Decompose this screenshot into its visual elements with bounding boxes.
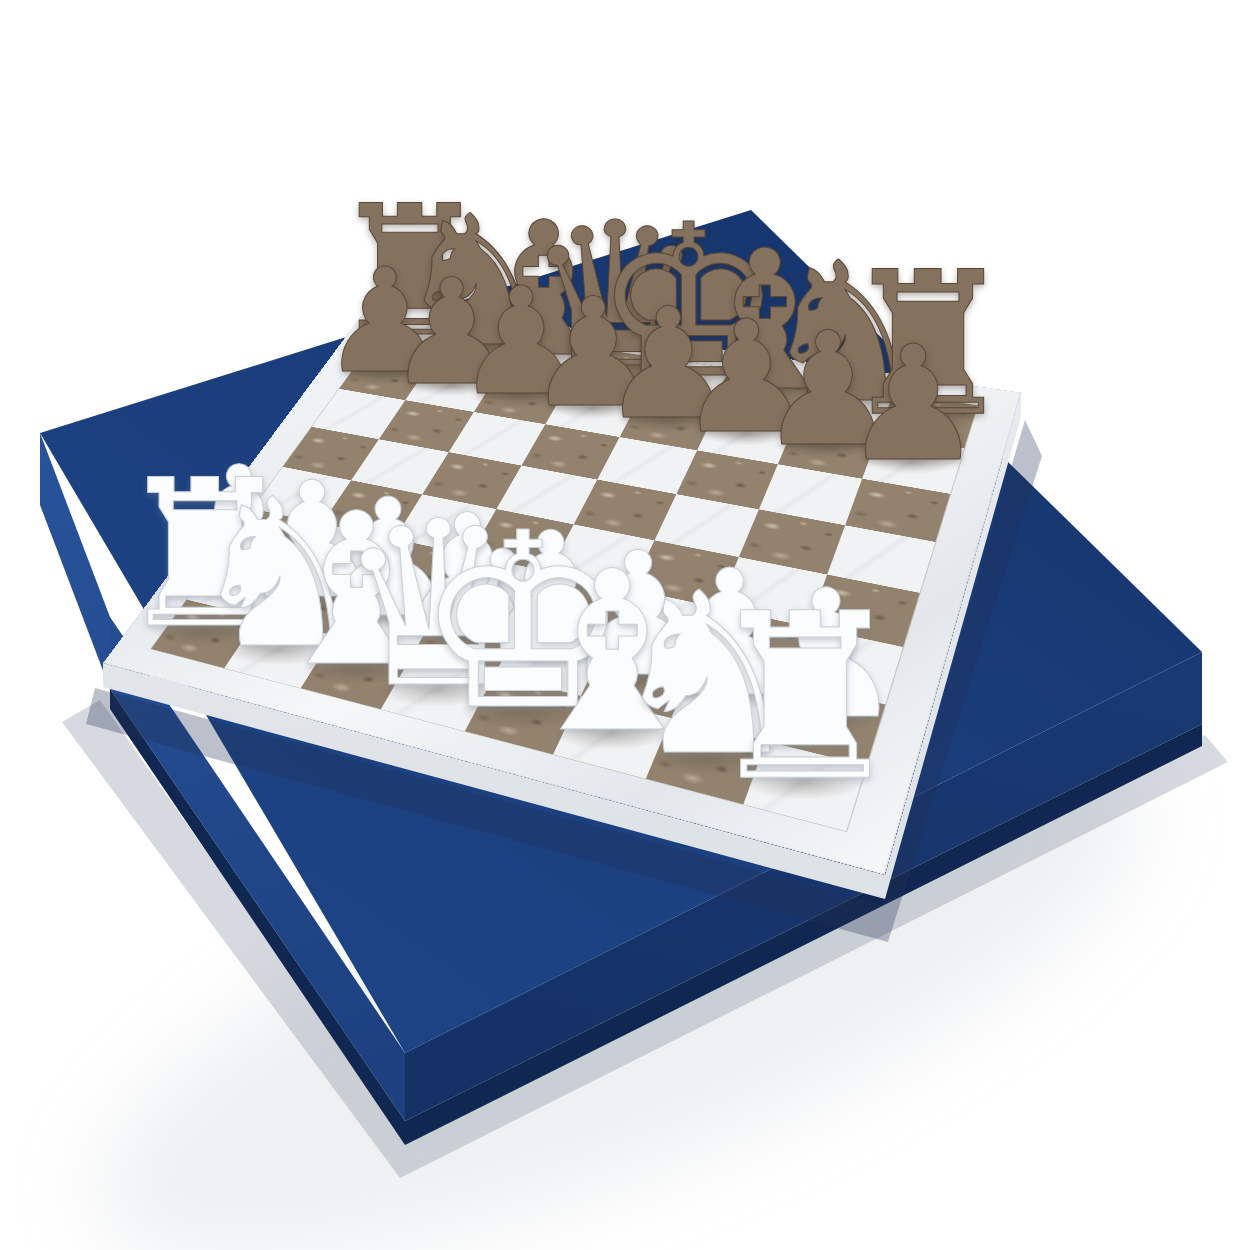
product-photo-stage: ♜♞♝♛♚♝♞♜♟♟♟♟♟♟♟♟♟♟♟♟♟♟♟♟♜♞♝♛♚♝♞♜ [0,0,1250,1250]
